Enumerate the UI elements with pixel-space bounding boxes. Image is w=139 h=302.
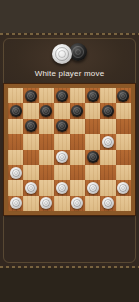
white-piece[interactable] — [102, 136, 114, 148]
turn-status-text: White player move — [0, 69, 139, 78]
black-piece[interactable] — [25, 120, 37, 132]
rivet-icon — [8, 253, 10, 255]
board-cell[interactable] — [8, 150, 23, 165]
rivet-icon — [129, 253, 131, 255]
board-cell[interactable] — [85, 180, 100, 195]
board-cell[interactable] — [85, 150, 100, 165]
white-checker-icon — [52, 44, 72, 64]
board-cell[interactable] — [54, 196, 69, 211]
rivet-icon — [16, 253, 18, 255]
toolbar — [0, 234, 139, 267]
board-cell[interactable] — [39, 150, 54, 165]
board-cell[interactable] — [70, 165, 85, 180]
checkers-app-screen: White player move — [0, 0, 139, 302]
white-piece[interactable] — [117, 182, 129, 194]
board-cell[interactable] — [54, 88, 69, 103]
white-piece[interactable] — [10, 167, 22, 179]
top-band — [0, 0, 139, 33]
board-cell[interactable] — [39, 196, 54, 211]
board-cell[interactable] — [116, 180, 131, 195]
rivet-icon — [65, 253, 67, 255]
board-cell[interactable] — [54, 103, 69, 118]
board-cell[interactable] — [85, 119, 100, 134]
board-cell[interactable] — [70, 134, 85, 149]
board-cell[interactable] — [23, 103, 38, 118]
board-cell[interactable] — [100, 196, 115, 211]
board-cell[interactable] — [39, 103, 54, 118]
board-cell[interactable] — [100, 134, 115, 149]
board-cell[interactable] — [54, 150, 69, 165]
black-piece[interactable] — [87, 151, 99, 163]
board-cell[interactable] — [54, 165, 69, 180]
board-cell[interactable] — [116, 150, 131, 165]
board-cell[interactable] — [116, 165, 131, 180]
board-cell[interactable] — [8, 196, 23, 211]
board-cell[interactable] — [54, 134, 69, 149]
white-piece[interactable] — [25, 182, 37, 194]
board-cell[interactable] — [23, 88, 38, 103]
black-piece[interactable] — [25, 90, 37, 102]
board-cell[interactable] — [85, 103, 100, 118]
board-cell[interactable] — [39, 180, 54, 195]
board-cell[interactable] — [116, 119, 131, 134]
board-cell[interactable] — [8, 88, 23, 103]
board-cell[interactable] — [116, 134, 131, 149]
black-piece[interactable] — [56, 90, 68, 102]
white-piece[interactable] — [40, 197, 52, 209]
board-cell[interactable] — [54, 180, 69, 195]
board-grid — [8, 88, 131, 211]
board-cell[interactable] — [70, 196, 85, 211]
white-piece[interactable] — [56, 151, 68, 163]
board-cell[interactable] — [70, 103, 85, 118]
board-cell[interactable] — [23, 119, 38, 134]
board-cell[interactable] — [54, 119, 69, 134]
board-cell[interactable] — [8, 134, 23, 149]
white-piece[interactable] — [10, 197, 22, 209]
board-cell[interactable] — [23, 180, 38, 195]
board-cell[interactable] — [85, 88, 100, 103]
black-piece[interactable] — [87, 90, 99, 102]
board-cell[interactable] — [70, 119, 85, 134]
board-cell[interactable] — [23, 150, 38, 165]
board-cell[interactable] — [116, 103, 131, 118]
board-cell[interactable] — [116, 196, 131, 211]
white-piece[interactable] — [71, 197, 83, 209]
board-cell[interactable] — [70, 180, 85, 195]
board-cell[interactable] — [100, 165, 115, 180]
board-cell[interactable] — [8, 103, 23, 118]
black-piece[interactable] — [10, 105, 22, 117]
black-piece[interactable] — [102, 105, 114, 117]
board-cell[interactable] — [70, 88, 85, 103]
board-cell[interactable] — [23, 165, 38, 180]
board-cell[interactable] — [8, 165, 23, 180]
bottom-band — [0, 268, 139, 302]
board-cell[interactable] — [23, 196, 38, 211]
board-cell[interactable] — [85, 196, 100, 211]
black-piece[interactable] — [56, 120, 68, 132]
board-cell[interactable] — [23, 134, 38, 149]
board-frame — [4, 84, 135, 215]
board-cell[interactable] — [39, 119, 54, 134]
board-cell[interactable] — [39, 165, 54, 180]
board-cell[interactable] — [100, 88, 115, 103]
white-piece[interactable] — [87, 182, 99, 194]
board-cell[interactable] — [70, 150, 85, 165]
board-cell[interactable] — [8, 180, 23, 195]
rivet-icon — [73, 253, 75, 255]
board-cell[interactable] — [100, 103, 115, 118]
white-piece[interactable] — [102, 197, 114, 209]
board-cell[interactable] — [39, 134, 54, 149]
board-cell[interactable] — [116, 88, 131, 103]
black-piece[interactable] — [40, 105, 52, 117]
board-cell[interactable] — [85, 165, 100, 180]
board-cell[interactable] — [100, 150, 115, 165]
black-piece[interactable] — [117, 90, 129, 102]
board-cell[interactable] — [100, 119, 115, 134]
board-cell[interactable] — [8, 119, 23, 134]
black-piece[interactable] — [71, 105, 83, 117]
rivet-icon — [121, 253, 123, 255]
board-cell[interactable] — [100, 180, 115, 195]
board-cell[interactable] — [85, 134, 100, 149]
board-cell[interactable] — [39, 88, 54, 103]
white-piece[interactable] — [56, 182, 68, 194]
